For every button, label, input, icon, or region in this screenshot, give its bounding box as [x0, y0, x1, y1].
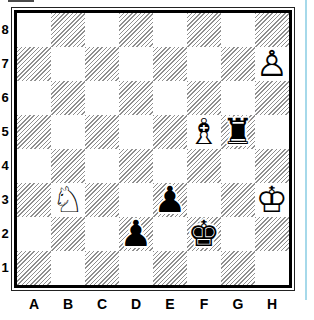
square-f6[interactable] — [187, 81, 221, 115]
square-d6[interactable] — [119, 81, 153, 115]
square-d7[interactable] — [119, 47, 153, 81]
square-e8[interactable] — [153, 13, 187, 47]
square-b3[interactable]: ♘ — [51, 183, 85, 217]
square-h7[interactable]: ♙ — [255, 47, 289, 81]
square-c8[interactable] — [85, 13, 119, 47]
file-label-g: G — [221, 296, 255, 312]
square-e1[interactable] — [153, 251, 187, 285]
square-e4[interactable] — [153, 149, 187, 183]
square-c4[interactable] — [85, 149, 119, 183]
square-h3[interactable]: ♔ — [255, 183, 289, 217]
page-edge-artifact — [305, 0, 307, 300]
rank-label-8: 8 — [0, 13, 10, 47]
square-c6[interactable] — [85, 81, 119, 115]
square-a6[interactable] — [17, 81, 51, 115]
square-a5[interactable] — [17, 115, 51, 149]
board-inner-border: ♙♗♜♘♟♔♟♚ — [14, 10, 292, 288]
rank-labels: 87654321 — [0, 13, 10, 285]
square-g3[interactable] — [221, 183, 255, 217]
square-b8[interactable] — [51, 13, 85, 47]
square-f7[interactable] — [187, 47, 221, 81]
square-e7[interactable] — [153, 47, 187, 81]
file-labels: ABCDEFGH — [17, 296, 289, 312]
square-e2[interactable] — [153, 217, 187, 251]
square-f5[interactable]: ♗ — [187, 115, 221, 149]
square-g4[interactable] — [221, 149, 255, 183]
square-a1[interactable] — [17, 251, 51, 285]
file-label-b: B — [51, 296, 85, 312]
square-h2[interactable] — [255, 217, 289, 251]
square-h5[interactable] — [255, 115, 289, 149]
square-e5[interactable] — [153, 115, 187, 149]
rank-label-5: 5 — [0, 115, 10, 149]
square-h1[interactable] — [255, 251, 289, 285]
square-g2[interactable] — [221, 217, 255, 251]
square-h6[interactable] — [255, 81, 289, 115]
rank-label-1: 1 — [0, 251, 10, 285]
square-f8[interactable] — [187, 13, 221, 47]
square-a8[interactable] — [17, 13, 51, 47]
square-c7[interactable] — [85, 47, 119, 81]
square-h8[interactable] — [255, 13, 289, 47]
square-b2[interactable] — [51, 217, 85, 251]
square-g5[interactable]: ♜ — [221, 115, 255, 149]
file-label-d: D — [119, 296, 153, 312]
square-d5[interactable] — [119, 115, 153, 149]
rank-label-2: 2 — [0, 217, 10, 251]
chess-diagram: 87654321 ♙♗♜♘♟♔♟♚ ABCDEFGH — [0, 0, 314, 320]
square-g7[interactable] — [221, 47, 255, 81]
square-b4[interactable] — [51, 149, 85, 183]
square-d3[interactable] — [119, 183, 153, 217]
square-g8[interactable] — [221, 13, 255, 47]
square-f4[interactable] — [187, 149, 221, 183]
white-king[interactable]: ♔ — [256, 183, 288, 217]
square-a3[interactable] — [17, 183, 51, 217]
square-f2[interactable]: ♚ — [187, 217, 221, 251]
square-a7[interactable] — [17, 47, 51, 81]
square-h4[interactable] — [255, 149, 289, 183]
rank-label-3: 3 — [0, 183, 10, 217]
black-king[interactable]: ♚ — [188, 217, 220, 251]
file-label-c: C — [85, 296, 119, 312]
square-a2[interactable] — [17, 217, 51, 251]
file-label-e: E — [153, 296, 187, 312]
top-edge-artifact — [8, 0, 34, 2]
square-f1[interactable] — [187, 251, 221, 285]
white-knight[interactable]: ♘ — [52, 183, 84, 217]
white-pawn[interactable]: ♙ — [256, 47, 288, 81]
black-pawn[interactable]: ♟ — [120, 217, 152, 251]
file-label-f: F — [187, 296, 221, 312]
board-frame: ♙♗♜♘♟♔♟♚ — [11, 7, 295, 291]
square-d8[interactable] — [119, 13, 153, 47]
rank-label-4: 4 — [0, 149, 10, 183]
square-g1[interactable] — [221, 251, 255, 285]
square-b5[interactable] — [51, 115, 85, 149]
white-bishop[interactable]: ♗ — [188, 115, 220, 149]
square-a4[interactable] — [17, 149, 51, 183]
square-c3[interactable] — [85, 183, 119, 217]
square-c1[interactable] — [85, 251, 119, 285]
file-label-h: H — [255, 296, 289, 312]
rank-label-7: 7 — [0, 47, 10, 81]
square-d2[interactable]: ♟ — [119, 217, 153, 251]
rank-label-6: 6 — [0, 81, 10, 115]
square-c2[interactable] — [85, 217, 119, 251]
square-c5[interactable] — [85, 115, 119, 149]
file-label-a: A — [17, 296, 51, 312]
chess-board: ♙♗♜♘♟♔♟♚ — [17, 13, 289, 285]
square-b7[interactable] — [51, 47, 85, 81]
black-pawn[interactable]: ♟ — [154, 183, 186, 217]
square-e6[interactable] — [153, 81, 187, 115]
square-e3[interactable]: ♟ — [153, 183, 187, 217]
square-d1[interactable] — [119, 251, 153, 285]
square-d4[interactable] — [119, 149, 153, 183]
square-b6[interactable] — [51, 81, 85, 115]
black-rook[interactable]: ♜ — [222, 115, 254, 149]
square-b1[interactable] — [51, 251, 85, 285]
square-f3[interactable] — [187, 183, 221, 217]
square-g6[interactable] — [221, 81, 255, 115]
